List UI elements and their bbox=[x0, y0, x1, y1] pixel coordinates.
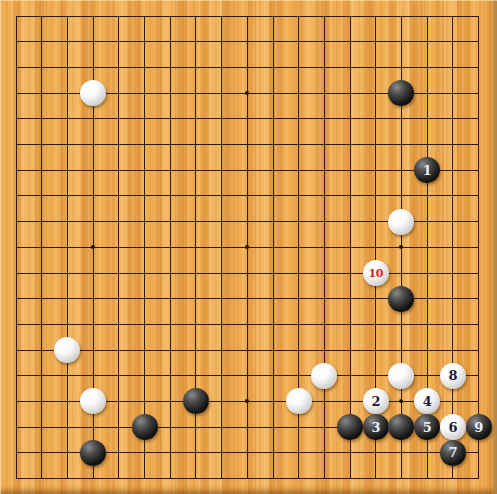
move-number-label: 9 bbox=[474, 421, 483, 434]
stone-black-r13: 1 bbox=[414, 157, 440, 183]
grid-line-vertical bbox=[452, 16, 453, 479]
grid-line-horizontal bbox=[16, 324, 479, 325]
stone-black-f3 bbox=[132, 414, 158, 440]
star-point bbox=[399, 399, 403, 403]
move-number-label: 2 bbox=[371, 395, 380, 408]
stone-white-d4 bbox=[80, 388, 106, 414]
star-point bbox=[245, 91, 249, 95]
move-number-label: 1 bbox=[423, 164, 432, 177]
stone-black-h4 bbox=[183, 388, 209, 414]
grid-line-horizontal bbox=[16, 350, 479, 351]
stone-white-m4 bbox=[286, 388, 312, 414]
grid-line-vertical bbox=[324, 16, 325, 479]
move-number-label: 10 bbox=[369, 268, 383, 279]
stone-black-s2: 7 bbox=[440, 440, 466, 466]
grid-line-horizontal bbox=[16, 478, 479, 479]
grid-line-vertical bbox=[478, 16, 479, 479]
move-number-label: 3 bbox=[371, 421, 380, 434]
stone-white-n5 bbox=[311, 363, 337, 389]
stone-white-q5 bbox=[388, 363, 414, 389]
grid-line-vertical bbox=[273, 16, 274, 479]
star-point bbox=[91, 245, 95, 249]
grid-line-vertical bbox=[350, 16, 351, 479]
stone-black-q16 bbox=[388, 80, 414, 106]
stone-black-d2 bbox=[80, 440, 106, 466]
move-number-label: 8 bbox=[449, 369, 458, 382]
star-point bbox=[245, 399, 249, 403]
stone-black-r3: 5 bbox=[414, 414, 440, 440]
move-number-label: 6 bbox=[449, 421, 458, 434]
stone-black-q3 bbox=[388, 414, 414, 440]
stone-white-c6 bbox=[54, 337, 80, 363]
stone-white-s3: 6 bbox=[440, 414, 466, 440]
stone-white-s5: 8 bbox=[440, 363, 466, 389]
go-board[interactable]: 11082435697 bbox=[0, 0, 497, 494]
stone-black-q8 bbox=[388, 286, 414, 312]
star-point bbox=[399, 245, 403, 249]
move-number-label: 5 bbox=[423, 421, 432, 434]
stone-black-o3 bbox=[337, 414, 363, 440]
stone-white-q11 bbox=[388, 209, 414, 235]
stone-white-d16 bbox=[80, 80, 106, 106]
grid-line-horizontal bbox=[16, 273, 479, 274]
stone-white-p9: 10 bbox=[363, 260, 389, 286]
stone-white-r4: 4 bbox=[414, 388, 440, 414]
stone-white-p4: 2 bbox=[363, 388, 389, 414]
stone-black-p3: 3 bbox=[363, 414, 389, 440]
move-number-label: 7 bbox=[449, 446, 458, 459]
star-point bbox=[245, 245, 249, 249]
move-number-label: 4 bbox=[423, 395, 432, 408]
stone-black-t3: 9 bbox=[466, 414, 492, 440]
